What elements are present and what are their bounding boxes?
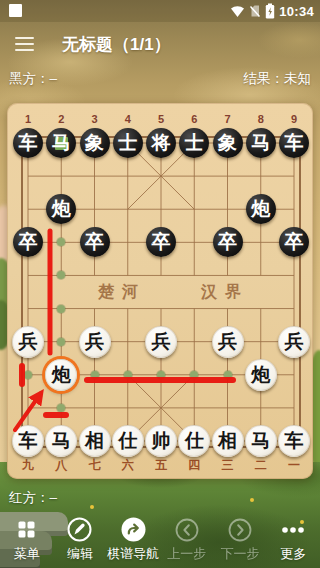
piece-glyph: 象 xyxy=(218,130,237,156)
piece-red-soldier-4[interactable]: 兵 xyxy=(212,326,244,358)
piece-red-advisor-left[interactable]: 仕 xyxy=(112,425,144,457)
piece-red-elephant-left[interactable]: 相 xyxy=(79,425,111,457)
page-title: 无标题（1/1） xyxy=(62,33,171,56)
piece-black-chariot-left[interactable]: 车 xyxy=(13,128,43,158)
battery-charging-icon xyxy=(265,3,275,19)
black-player-label: 黑方：– xyxy=(9,70,57,88)
file-label-top-9: 9 xyxy=(291,113,297,125)
nav-icon xyxy=(121,516,146,543)
flower-dot xyxy=(90,505,94,509)
file-label-top-5: 5 xyxy=(158,113,164,125)
piece-black-elephant-left[interactable]: 象 xyxy=(80,128,110,158)
piece-red-advisor-right[interactable]: 仕 xyxy=(178,425,210,457)
piece-glyph: 卒 xyxy=(152,229,171,255)
piece-black-soldier-1[interactable]: 卒 xyxy=(13,227,43,257)
piece-glyph: 兵 xyxy=(85,329,104,355)
menu-hamburger-icon[interactable] xyxy=(15,37,34,52)
file-label-top-1: 1 xyxy=(25,113,31,125)
piece-glyph: 兵 xyxy=(285,329,304,355)
piece-red-soldier-5[interactable]: 兵 xyxy=(278,326,310,358)
bottom-toolbar: 菜单编辑棋谱导航上一步下一步更多 xyxy=(0,513,320,568)
piece-glyph: 士 xyxy=(185,130,204,156)
file-label-bottom-七: 七 xyxy=(89,457,101,474)
piece-black-soldier-4[interactable]: 卒 xyxy=(213,227,243,257)
toolbar-label: 更多 xyxy=(280,545,306,563)
red-player-label: 红方：– xyxy=(9,489,57,507)
move-hint-dot[interactable] xyxy=(57,404,65,412)
river-label-left: 楚河 xyxy=(98,282,146,303)
piece-red-chariot-left[interactable]: 车 xyxy=(12,425,44,457)
piece-glyph: 相 xyxy=(85,428,104,454)
file-label-bottom-六: 六 xyxy=(122,457,134,474)
prev-icon xyxy=(175,516,199,543)
toolbar-label: 下一步 xyxy=(220,545,259,563)
piece-red-horse-left[interactable]: 马 xyxy=(45,425,77,457)
file-label-top-4: 4 xyxy=(125,113,131,125)
move-hint-dot[interactable] xyxy=(57,305,65,313)
piece-black-horse-left[interactable]: 马 xyxy=(46,128,76,158)
board[interactable]: 楚河 汉界 123456789九八七六五四三二一车马象士将士象马车炮炮卒卒卒卒卒… xyxy=(7,103,313,479)
title-bar: 无标题（1/1） xyxy=(0,24,320,64)
piece-black-cannon-right[interactable]: 炮 xyxy=(246,194,276,224)
piece-glyph: 卒 xyxy=(285,229,304,255)
piece-glyph: 炮 xyxy=(52,362,71,388)
piece-red-chariot-right[interactable]: 车 xyxy=(278,425,310,457)
piece-glyph: 炮 xyxy=(52,196,71,222)
info-row: 黑方：– 结果：未知 xyxy=(0,70,320,88)
piece-black-soldier-5[interactable]: 卒 xyxy=(279,227,309,257)
file-label-bottom-五: 五 xyxy=(155,457,167,474)
piece-black-elephant-right[interactable]: 象 xyxy=(213,128,243,158)
piece-glyph: 将 xyxy=(152,130,171,156)
piece-glyph: 卒 xyxy=(19,229,38,255)
piece-glyph: 兵 xyxy=(152,329,171,355)
piece-glyph: 仕 xyxy=(185,428,204,454)
piece-glyph: 马 xyxy=(251,130,270,156)
piece-black-advisor-left[interactable]: 士 xyxy=(113,128,143,158)
xiangqi-app: 10:34 无标题（1/1） 黑方：– 结果：未知 楚河 汉界 12345678… xyxy=(0,0,320,568)
move-hint-dot[interactable] xyxy=(224,371,232,379)
toolbar-label: 棋谱导航 xyxy=(107,545,159,563)
toolbar-more-button[interactable]: 更多 xyxy=(267,513,320,568)
file-label-top-3: 3 xyxy=(91,113,97,125)
move-hint-dot[interactable] xyxy=(24,371,32,379)
piece-red-soldier-2[interactable]: 兵 xyxy=(79,326,111,358)
move-hint-dot[interactable] xyxy=(57,238,65,246)
move-hint-dot[interactable] xyxy=(57,271,65,279)
file-label-top-2: 2 xyxy=(58,113,64,125)
result-label: 结果：未知 xyxy=(244,70,312,88)
piece-red-soldier-3[interactable]: 兵 xyxy=(145,326,177,358)
piece-glyph: 兵 xyxy=(19,329,38,355)
notification-square-icon xyxy=(9,4,22,17)
file-label-bottom-二: 二 xyxy=(255,457,267,474)
piece-red-cannon-right[interactable]: 炮 xyxy=(245,359,277,391)
piece-glyph: 车 xyxy=(285,428,304,454)
toolbar-label: 上一步 xyxy=(167,545,206,563)
piece-red-elephant-right[interactable]: 相 xyxy=(212,425,244,457)
file-label-top-6: 6 xyxy=(191,113,197,125)
piece-red-general[interactable]: 帅 xyxy=(145,425,177,457)
move-hint-dot[interactable] xyxy=(57,338,65,346)
clock: 10:34 xyxy=(279,4,314,19)
piece-black-horse-right[interactable]: 马 xyxy=(246,128,276,158)
toolbar-label: 编辑 xyxy=(67,545,93,563)
piece-glyph: 马 xyxy=(251,428,270,454)
piece-black-cannon-left[interactable]: 炮 xyxy=(46,194,76,224)
edit-icon xyxy=(67,516,92,543)
wifi-icon xyxy=(230,5,245,18)
toolbar-prev-button: 上一步 xyxy=(160,513,213,568)
next-icon xyxy=(228,516,252,543)
piece-black-soldier-2[interactable]: 卒 xyxy=(80,227,110,257)
move-hint-dot[interactable] xyxy=(190,371,198,379)
file-label-bottom-四: 四 xyxy=(188,457,200,474)
menu-icon xyxy=(18,516,35,543)
piece-glyph: 炮 xyxy=(251,362,270,388)
piece-glyph: 仕 xyxy=(118,428,137,454)
more-icon xyxy=(282,516,304,543)
move-hint-dot[interactable] xyxy=(124,371,132,379)
file-label-bottom-九: 九 xyxy=(22,457,34,474)
file-label-top-8: 8 xyxy=(258,113,264,125)
status-bar: 10:34 xyxy=(0,0,320,22)
piece-glyph: 象 xyxy=(85,130,104,156)
file-label-top-7: 7 xyxy=(224,113,230,125)
piece-red-soldier-1[interactable]: 兵 xyxy=(12,326,44,358)
piece-glyph: 卒 xyxy=(218,229,237,255)
toolbar-nav-button[interactable]: 棋谱导航 xyxy=(107,513,160,568)
toolbar-next-button: 下一步 xyxy=(213,513,266,568)
piece-glyph: 马 xyxy=(52,130,71,156)
river-label-right: 汉界 xyxy=(201,282,249,303)
piece-glyph: 士 xyxy=(118,130,137,156)
piece-glyph: 卒 xyxy=(85,229,104,255)
no-sim-icon xyxy=(249,4,261,18)
piece-black-soldier-3[interactable]: 卒 xyxy=(146,227,176,257)
piece-glyph: 炮 xyxy=(251,196,270,222)
board-grid xyxy=(7,103,313,479)
piece-black-advisor-right[interactable]: 士 xyxy=(179,128,209,158)
move-hint-dot[interactable] xyxy=(157,371,165,379)
toolbar-label: 菜单 xyxy=(14,545,40,563)
piece-red-cannon-left[interactable]: 炮 xyxy=(45,359,77,391)
piece-glyph: 马 xyxy=(52,428,71,454)
toolbar-menu-button[interactable]: 菜单 xyxy=(0,513,53,568)
piece-glyph: 车 xyxy=(285,130,304,156)
file-label-bottom-八: 八 xyxy=(55,457,67,474)
piece-black-general[interactable]: 将 xyxy=(146,128,176,158)
piece-glyph: 兵 xyxy=(218,329,237,355)
flower-dot xyxy=(250,498,254,502)
file-label-bottom-三: 三 xyxy=(222,457,234,474)
piece-glyph: 帅 xyxy=(152,428,171,454)
piece-red-horse-right[interactable]: 马 xyxy=(245,425,277,457)
piece-glyph: 车 xyxy=(19,428,38,454)
piece-glyph: 相 xyxy=(218,428,237,454)
file-label-bottom-一: 一 xyxy=(288,457,300,474)
toolbar-edit-button[interactable]: 编辑 xyxy=(53,513,106,568)
piece-black-chariot-right[interactable]: 车 xyxy=(279,128,309,158)
piece-glyph: 车 xyxy=(19,130,38,156)
move-hint-dot[interactable] xyxy=(91,371,99,379)
